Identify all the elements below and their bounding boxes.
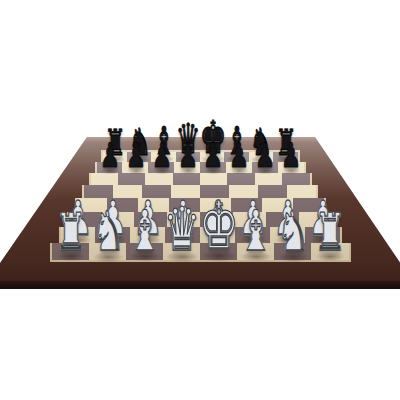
piece-black-pawn-b7: ♟ bbox=[126, 138, 147, 172]
piece-black-pawn-h7: ♟ bbox=[281, 138, 302, 172]
piece-black-pawn-c7: ♟ bbox=[151, 138, 172, 172]
piece-black-pawn-d7: ♟ bbox=[177, 138, 198, 172]
piece-black-pawn-e7: ♟ bbox=[203, 138, 224, 172]
piece-white-bishop-c1: ♝ bbox=[128, 203, 162, 259]
piece-white-rook-h1: ♜ bbox=[315, 207, 346, 259]
pieces-layer: ♜♞♝♛♚♝♞♜♟♟♟♟♟♟♟♟♟♟♟♟♟♟♟♟♜♞♝♛♚♝♞♜ bbox=[0, 0, 400, 400]
piece-black-pawn-g7: ♟ bbox=[255, 138, 276, 172]
piece-white-knight-g1: ♞ bbox=[277, 204, 310, 259]
piece-white-rook-a1: ♜ bbox=[55, 207, 86, 259]
piece-white-queen-d1: ♛ bbox=[164, 199, 200, 259]
piece-white-bishop-f1: ♝ bbox=[239, 203, 273, 259]
chess-set-photo: ♜♞♝♛♚♝♞♜♟♟♟♟♟♟♟♟♟♟♟♟♟♟♟♟♜♞♝♛♚♝♞♜ bbox=[0, 0, 400, 400]
piece-black-pawn-a7: ♟ bbox=[100, 138, 121, 172]
piece-white-knight-b1: ♞ bbox=[91, 204, 124, 259]
piece-white-king-e1: ♚ bbox=[199, 193, 239, 259]
piece-black-pawn-f7: ♟ bbox=[229, 138, 250, 172]
